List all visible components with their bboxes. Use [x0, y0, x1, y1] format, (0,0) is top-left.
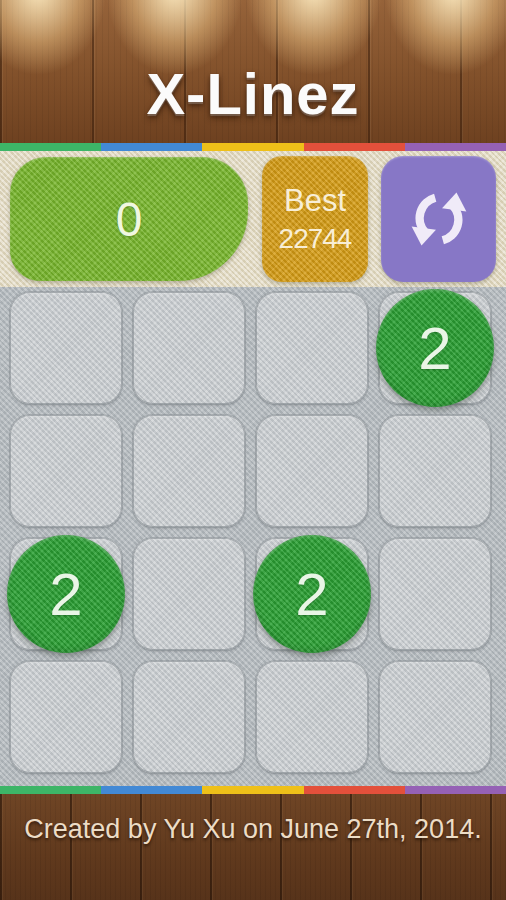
best-value: 22744: [279, 221, 352, 257]
cell-r2c3[interactable]: [379, 538, 491, 650]
score-value: 0: [116, 192, 143, 247]
stripe-segment: [202, 786, 303, 794]
score-display: 0: [10, 157, 248, 281]
refresh-icon: [401, 181, 477, 257]
rainbow-divider-bottom: [0, 786, 506, 794]
cell-r3c3[interactable]: [379, 661, 491, 773]
stripe-segment: [0, 143, 101, 151]
tile-2-r2c0[interactable]: 2: [7, 535, 125, 653]
cell-r3c1[interactable]: [133, 661, 245, 773]
app-header: X-Linez: [0, 0, 506, 143]
cell-r0c2[interactable]: [256, 292, 368, 404]
app-root: X-Linez 0 Best 22744 222 Crea: [0, 0, 506, 900]
cell-r3c0[interactable]: [10, 661, 122, 773]
cell-r1c1[interactable]: [133, 415, 245, 527]
cell-r1c0[interactable]: [10, 415, 122, 527]
cell-r1c3[interactable]: [379, 415, 491, 527]
credit-text: Created by Yu Xu on June 27th, 2014.: [0, 794, 506, 845]
stripe-segment: [405, 143, 506, 151]
stripe-segment: [405, 786, 506, 794]
rainbow-divider-top: [0, 143, 506, 151]
score-bar: 0 Best 22744: [0, 151, 506, 287]
cell-r0c3[interactable]: 2: [379, 292, 491, 404]
app-footer: Created by Yu Xu on June 27th, 2014.: [0, 794, 506, 900]
cell-r2c0[interactable]: 2: [10, 538, 122, 650]
stripe-segment: [101, 786, 202, 794]
cell-r2c1[interactable]: [133, 538, 245, 650]
stripe-segment: [101, 143, 202, 151]
app-title: X-Linez: [146, 60, 359, 127]
stripe-segment: [0, 786, 101, 794]
game-board[interactable]: 222: [0, 287, 506, 786]
stripe-segment: [304, 143, 405, 151]
cell-r2c2[interactable]: 2: [256, 538, 368, 650]
best-score-display: Best 22744: [262, 156, 368, 282]
cell-r0c0[interactable]: [10, 292, 122, 404]
restart-button[interactable]: [381, 156, 496, 282]
stripe-segment: [304, 786, 405, 794]
cell-r1c2[interactable]: [256, 415, 368, 527]
best-label: Best: [284, 181, 346, 221]
tile-2-r2c2[interactable]: 2: [253, 535, 371, 653]
stripe-segment: [202, 143, 303, 151]
tile-2-r0c3[interactable]: 2: [376, 289, 494, 407]
cell-r0c1[interactable]: [133, 292, 245, 404]
cell-r3c2[interactable]: [256, 661, 368, 773]
